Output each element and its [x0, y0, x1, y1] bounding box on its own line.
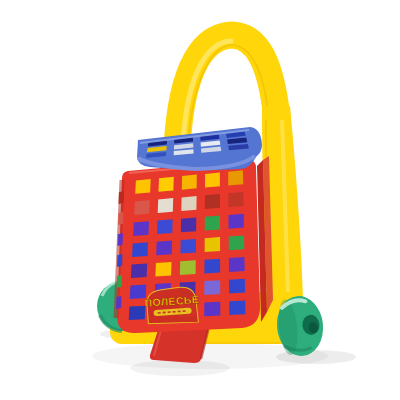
block-through-hole	[229, 257, 245, 272]
block-through-hole	[135, 179, 151, 194]
block-through-hole	[158, 198, 174, 213]
block-through-hole	[131, 264, 147, 278]
block-through-hole	[229, 279, 245, 294]
block-through-hole	[205, 194, 220, 209]
block-through-hole	[205, 173, 220, 188]
block-through-hole	[119, 191, 124, 204]
block-through-hole	[155, 262, 171, 277]
block-through-hole	[180, 239, 196, 254]
block-through-hole	[229, 214, 244, 229]
block-through-hole	[205, 237, 221, 252]
block-through-hole	[156, 241, 172, 256]
block-through-hole	[117, 254, 122, 267]
block-through-hole	[118, 233, 123, 246]
block-through-hole	[181, 196, 196, 211]
toy-cart-illustration: ПОЛЕСЬЕ	[0, 0, 400, 400]
block-through-hole	[181, 218, 197, 233]
block-through-hole	[133, 221, 149, 236]
block-through-hole	[129, 306, 146, 320]
shape-sorter-lid	[137, 127, 262, 170]
block-through-hole	[228, 192, 243, 207]
block-through-hole	[159, 177, 174, 192]
block-through-hole	[229, 300, 245, 315]
block-through-hole	[116, 296, 121, 309]
block-through-hole	[157, 219, 173, 234]
block-through-hole	[180, 260, 196, 275]
product-photo-toy-cart: ПОЛЕСЬЕ	[0, 0, 400, 400]
block-through-hole	[205, 216, 220, 231]
block-through-hole	[204, 259, 220, 274]
block-through-hole	[204, 280, 220, 295]
block-through-hole	[228, 170, 243, 185]
block-through-hole	[134, 200, 150, 215]
block-through-hole	[132, 242, 148, 257]
block-through-hole	[118, 212, 123, 225]
block-through-hole	[117, 275, 122, 288]
block-through-hole	[182, 175, 197, 190]
block-through-hole	[229, 235, 245, 250]
block-through-hole	[204, 302, 220, 317]
